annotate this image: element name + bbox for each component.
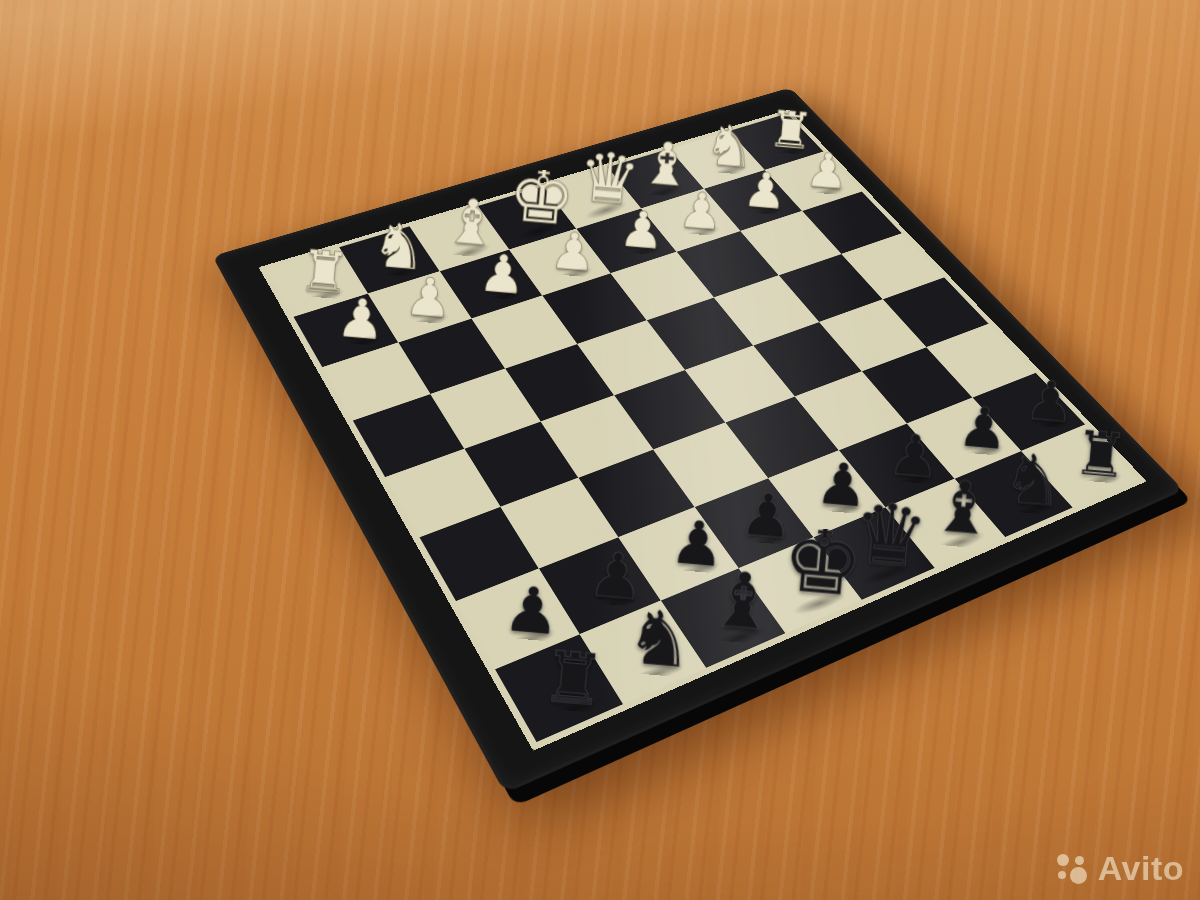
logo-circle [1075,856,1084,865]
logo-circle [1070,867,1087,884]
watermark-text: Avito [1098,849,1184,888]
avito-logo-icon [1056,853,1088,885]
logo-circle [1058,871,1066,879]
board-field: ♜♞♝♚♛♝♞♜♟♟♟♟♟♟♟♟♟♟♟♟♟♟♟♟♜♞♝♚♛♝♞♜ [259,110,1147,751]
photo-scene: ♜♞♝♚♛♝♞♜♟♟♟♟♟♟♟♟♟♟♟♟♟♟♟♟♜♞♝♚♛♝♞♜ Avito [0,0,1200,900]
logo-circle [1057,854,1069,866]
avito-watermark: Avito [1056,849,1184,888]
board-grid: ♜♞♝♚♛♝♞♜♟♟♟♟♟♟♟♟♟♟♟♟♟♟♟♟♜♞♝♚♛♝♞♜ [266,114,1138,743]
square [472,296,578,369]
square [542,273,646,344]
chess-board: ♜♞♝♚♛♝♞♜♟♟♟♟♟♟♟♟♟♟♟♟♟♟♟♟♜♞♝♚♛♝♞♜ [292,0,1079,763]
